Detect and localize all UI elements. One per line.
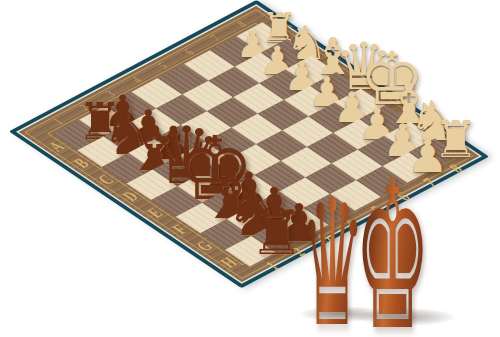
foreground-dark-king[interactable]: ♚ (349, 154, 435, 337)
product-photo-scene: ABCDEFGH ABCDEFGH 12345678 12345678 ♜♟♟♜… (0, 0, 500, 337)
dark-rook[interactable]: ♜ (250, 202, 286, 263)
